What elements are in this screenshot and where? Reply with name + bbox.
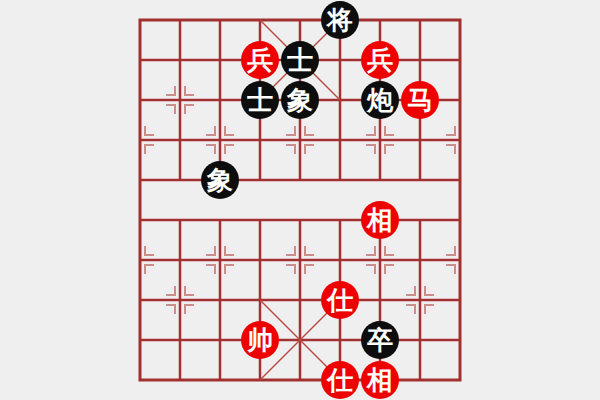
piece-black-elephant[interactable]: 象 — [281, 81, 319, 119]
piece-red-horse[interactable]: 马 — [401, 81, 439, 119]
screenshot-root: 将兵士兵士象炮马象相仕帅卒仕相 — [0, 0, 600, 400]
xiangqi-board[interactable]: 将兵士兵士象炮马象相仕帅卒仕相 — [0, 0, 600, 400]
piece-black-cannon[interactable]: 炮 — [361, 81, 399, 119]
piece-black-elephant[interactable]: 象 — [201, 161, 239, 199]
piece-red-general[interactable]: 帅 — [241, 321, 279, 359]
piece-red-advisor[interactable]: 仕 — [321, 281, 359, 319]
pieces-layer: 将兵士兵士象炮马象相仕帅卒仕相 — [0, 0, 600, 400]
piece-red-elephant[interactable]: 相 — [361, 201, 399, 239]
piece-black-pawn[interactable]: 卒 — [361, 321, 399, 359]
piece-red-advisor[interactable]: 仕 — [321, 361, 359, 399]
piece-black-general[interactable]: 将 — [321, 1, 359, 39]
piece-black-advisor[interactable]: 士 — [281, 41, 319, 79]
piece-red-pawn[interactable]: 兵 — [241, 41, 279, 79]
piece-red-elephant[interactable]: 相 — [361, 361, 399, 399]
piece-black-advisor[interactable]: 士 — [241, 81, 279, 119]
piece-red-pawn[interactable]: 兵 — [361, 41, 399, 79]
